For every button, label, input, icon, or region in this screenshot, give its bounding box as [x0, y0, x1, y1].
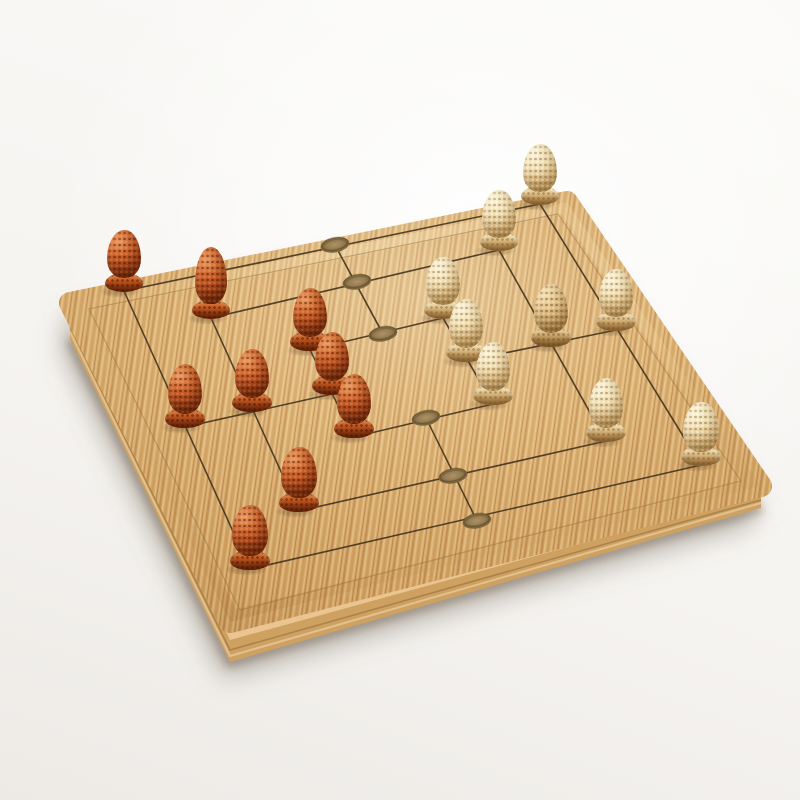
- peg-head: [534, 284, 568, 333]
- peg-head: [683, 402, 718, 452]
- peg-head: [426, 257, 460, 306]
- peg-head: [281, 447, 316, 498]
- peg-head: [293, 288, 327, 337]
- peg-head: [168, 364, 203, 414]
- product-photo-scene: [0, 0, 800, 800]
- peg-head: [523, 144, 556, 192]
- peg-head: [232, 505, 268, 556]
- peg-head: [449, 299, 483, 348]
- peg-head: [599, 269, 633, 318]
- morris-board: [0, 0, 800, 800]
- peg-head: [482, 190, 516, 238]
- peg-head: [107, 230, 141, 278]
